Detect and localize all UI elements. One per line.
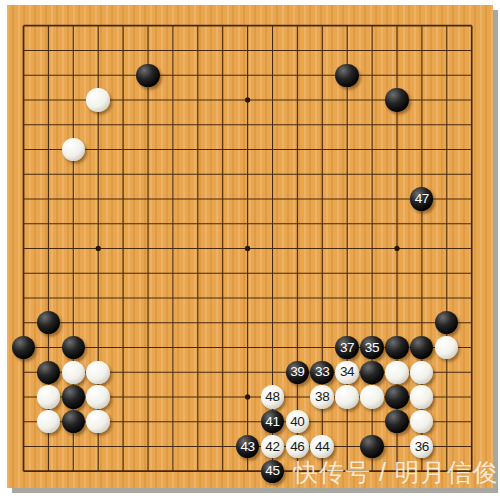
- stone-white: [37, 385, 60, 408]
- stone-white: [62, 138, 85, 161]
- stone-white-move-40: 40: [286, 410, 309, 433]
- stone-black: [360, 435, 383, 458]
- stone-black: [385, 385, 408, 408]
- stone-black: [62, 336, 85, 359]
- stone-white: [86, 361, 109, 384]
- stone-white-move-46: 46: [286, 435, 309, 458]
- stone-white: [410, 385, 433, 408]
- stone-black-move-41: 41: [261, 410, 284, 433]
- stone-white-move-42: 42: [261, 435, 284, 458]
- stone-white: [360, 385, 383, 408]
- stone-white-move-34: 34: [335, 361, 358, 384]
- stone-white: [335, 385, 358, 408]
- stone-black-move-45: 45: [261, 460, 284, 483]
- stone-black: [435, 311, 458, 334]
- go-board: 47373539333448384140434246443645: [7, 5, 493, 488]
- stone-white: [62, 361, 85, 384]
- stone-black-move-39: 39: [286, 361, 309, 384]
- stone-black: [360, 361, 383, 384]
- stone-black: [385, 336, 408, 359]
- stone-white-move-36: 36: [410, 435, 433, 458]
- stone-white-move-44: 44: [310, 435, 333, 458]
- stone-white-move-38: 38: [310, 385, 333, 408]
- stone-black: [385, 410, 408, 433]
- stone-white: [86, 88, 109, 111]
- go-diagram-page: 47373539333448384140434246443645 快传号 / 明…: [0, 0, 500, 500]
- stone-white: [435, 336, 458, 359]
- stone-white-move-48: 48: [261, 385, 284, 408]
- stone-black: [136, 64, 159, 87]
- stones-layer: 47373539333448384140434246443645: [11, 13, 484, 483]
- stone-black-move-47: 47: [410, 187, 433, 210]
- stone-black: [37, 311, 60, 334]
- stone-white: [410, 361, 433, 384]
- stone-black-move-37: 37: [335, 336, 358, 359]
- stone-black: [62, 410, 85, 433]
- stone-black: [410, 336, 433, 359]
- stone-black: [12, 336, 35, 359]
- stone-black: [37, 361, 60, 384]
- stone-white: [37, 410, 60, 433]
- watermark-text: 快传号 / 明月信俊: [293, 456, 499, 489]
- stone-white: [410, 410, 433, 433]
- stone-white: [86, 410, 109, 433]
- stone-black: [62, 385, 85, 408]
- stone-white: [385, 361, 408, 384]
- stone-black: [335, 64, 358, 87]
- stone-black-move-35: 35: [360, 336, 383, 359]
- stone-white: [86, 385, 109, 408]
- stone-black-move-33: 33: [310, 361, 333, 384]
- stone-black-move-43: 43: [236, 435, 259, 458]
- stone-black: [385, 88, 408, 111]
